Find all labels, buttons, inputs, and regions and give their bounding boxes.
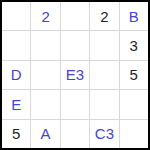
cell-r1c4[interactable]: 2 [90,2,118,30]
cell-r5c2[interactable]: A [31,120,59,148]
cell-r2c3[interactable] [61,31,89,59]
cell-r2c2[interactable] [31,31,59,59]
cell-r2c1[interactable] [2,31,30,59]
cell-r2c4[interactable] [90,31,118,59]
cell-r3c1[interactable]: D [2,61,30,89]
cell-r5c1[interactable]: 5 [2,120,30,148]
cell-r3c2[interactable] [31,61,59,89]
cell-r4c1[interactable]: E [2,90,30,118]
cell-r5c4[interactable]: C3 [90,120,118,148]
cell-r3c4[interactable] [90,61,118,89]
cell-r1c2[interactable]: 2 [31,2,59,30]
cell-r4c4[interactable] [90,90,118,118]
eulero-board: 22B3DE35E5AC3 [0,0,150,150]
cell-r4c5[interactable] [120,90,148,118]
cell-r5c3[interactable] [61,120,89,148]
cell-r2c5[interactable]: 3 [120,31,148,59]
cell-r5c5[interactable] [120,120,148,148]
cell-r4c2[interactable] [31,90,59,118]
cell-r1c3[interactable] [61,2,89,30]
cell-r3c3[interactable]: E3 [61,61,89,89]
cell-r1c5[interactable]: B [120,2,148,30]
cell-r4c3[interactable] [61,90,89,118]
cell-r3c5[interactable]: 5 [120,61,148,89]
cell-r1c1[interactable] [2,2,30,30]
